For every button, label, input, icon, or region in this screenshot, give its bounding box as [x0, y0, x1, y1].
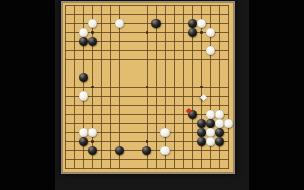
white-stone-Q17 — [197, 19, 206, 28]
black-stone-Q4 — [197, 137, 206, 146]
white-stone-D5 — [88, 128, 97, 137]
control-strip — [0, 174, 304, 190]
white-stone-C9 — [79, 91, 88, 100]
black-stone-S4 — [215, 137, 224, 146]
white-stone-D17 — [88, 19, 97, 28]
white-stone-R4 — [206, 137, 215, 146]
white-stone-C5 — [79, 128, 88, 137]
white-stone-R5 — [206, 128, 215, 137]
white-stone-S7 — [215, 110, 224, 119]
black-stone-D3 — [88, 146, 97, 155]
viewer-screen — [0, 0, 304, 190]
black-stone-C15 — [79, 37, 88, 46]
black-stone-R6 — [206, 119, 215, 128]
white-stone-T6 — [224, 119, 233, 128]
black-stone-P17 — [188, 19, 197, 28]
black-stone-L17 — [151, 19, 160, 28]
white-stone-G17 — [115, 19, 124, 28]
go-board[interactable] — [61, 1, 235, 174]
white-stone-C16 — [79, 28, 88, 37]
white-stone-R16 — [206, 28, 215, 37]
black-stone-C11 — [79, 73, 88, 82]
white-stone-R14 — [206, 46, 215, 55]
black-stone-S5 — [215, 128, 224, 137]
black-stone-Q6 — [197, 119, 206, 128]
white-stone-S6 — [215, 119, 224, 128]
black-stone-G3 — [115, 146, 124, 155]
white-stone-M5 — [160, 128, 169, 137]
white-stone-M3 — [160, 146, 169, 155]
white-stone-R7 — [206, 110, 215, 119]
black-stone-Q5 — [197, 128, 206, 137]
black-stone-K3 — [142, 146, 151, 155]
black-stone-P16 — [188, 28, 197, 37]
black-stone-C4 — [79, 137, 88, 146]
stones-layer — [65, 5, 229, 169]
black-stone-D15 — [88, 37, 97, 46]
